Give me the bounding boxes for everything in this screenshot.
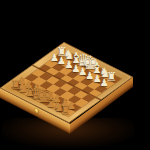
chess-box: ♜♞♝♛♚♝♞♜♟♟♟♟♟♟♟♟♟♟♟♟♟♟♟♟♜♞♝♛♚♝♞♜ — [0, 42, 133, 123]
brass-latch — [35, 108, 39, 114]
photo-scene: ♜♞♝♛♚♝♞♜♟♟♟♟♟♟♟♟♟♟♟♟♟♟♟♟♜♞♝♛♚♝♞♜ — [0, 0, 150, 150]
